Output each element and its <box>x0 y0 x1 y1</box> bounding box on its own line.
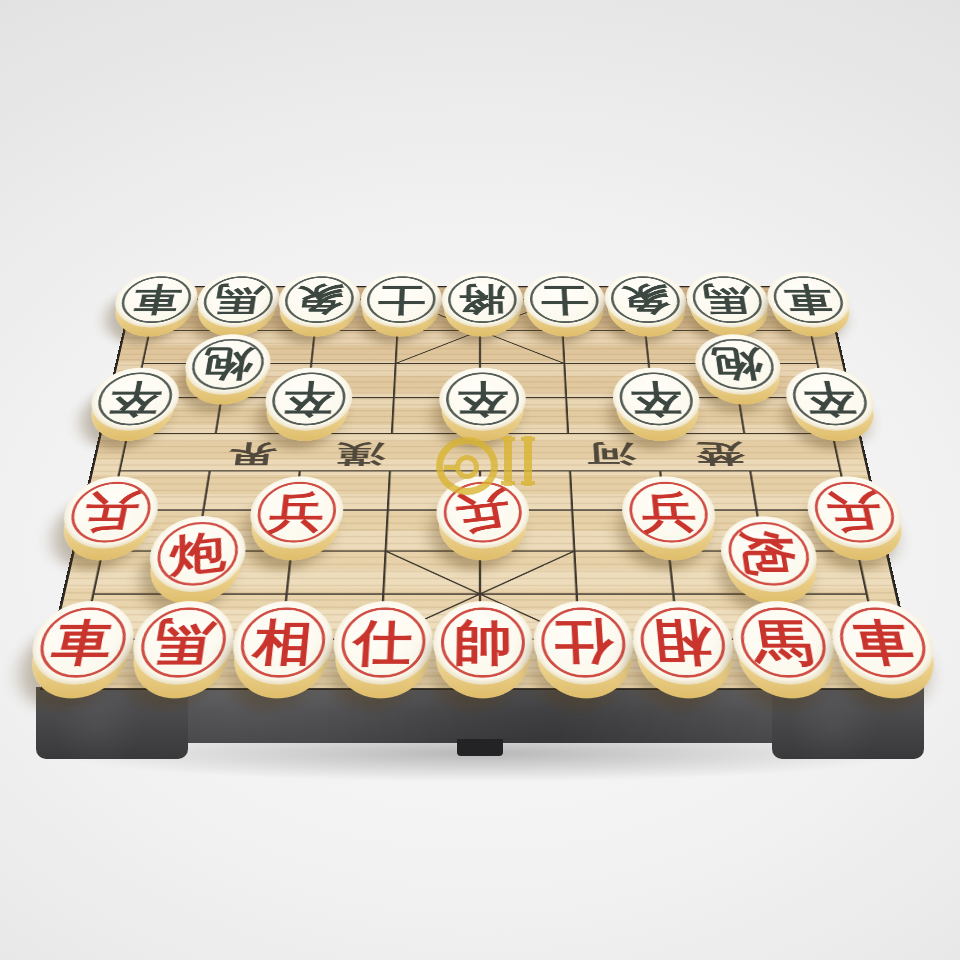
piece-red-advisor[interactable]: 仕 <box>532 601 636 684</box>
piece-red-elephant[interactable]: 相 <box>228 601 336 684</box>
piece-glyph: 士 <box>358 272 442 327</box>
piece-face: 相 <box>228 601 336 684</box>
piece-red-horse[interactable]: 馬 <box>727 601 840 684</box>
piece-glyph: 炮 <box>180 334 274 394</box>
piece-glyph: 車 <box>109 272 202 327</box>
piece-black-soldier[interactable]: 卒 <box>781 368 881 431</box>
piece-face: 仕 <box>330 601 434 684</box>
piece-black-elephant[interactable]: 象 <box>275 272 362 327</box>
piece-red-general[interactable]: 帥 <box>432 601 534 684</box>
piece-glyph: 車 <box>763 272 856 327</box>
piece-glyph: 車 <box>23 601 140 684</box>
piece-glyph: 卒 <box>261 368 354 431</box>
piece-glyph: 兵 <box>801 476 909 548</box>
piece-glyph: 馬 <box>683 272 773 327</box>
piece-face: 馬 <box>727 601 840 684</box>
piece-red-elephant[interactable]: 相 <box>630 601 739 684</box>
piece-glyph: 象 <box>275 272 362 327</box>
piece-face: 炮 <box>691 334 785 394</box>
piece-black-soldier[interactable]: 卒 <box>84 368 184 431</box>
piece-glyph: 仕 <box>330 601 434 684</box>
piece-red-advisor[interactable]: 仕 <box>330 601 434 684</box>
piece-red-soldier[interactable]: 兵 <box>246 476 346 548</box>
watermark-bar-icon <box>504 436 512 486</box>
piece-glyph: 卒 <box>84 368 184 431</box>
piece-glyph: 炮 <box>149 511 246 596</box>
piece-red-cannon[interactable]: 炮 <box>143 516 250 592</box>
piece-face: 炮 <box>716 516 823 592</box>
piece-face: 車 <box>109 272 202 327</box>
piece-black-general[interactable]: 將 <box>441 272 524 327</box>
piece-face: 仕 <box>532 601 636 684</box>
piece-glyph: 馬 <box>727 601 840 684</box>
piece-black-soldier[interactable]: 卒 <box>261 368 354 431</box>
piece-face: 士 <box>523 272 607 327</box>
piece-red-soldier[interactable]: 兵 <box>619 476 719 548</box>
piece-glyph: 相 <box>630 601 739 684</box>
piece-red-soldier[interactable]: 兵 <box>801 476 909 548</box>
piece-red-horse[interactable]: 馬 <box>125 601 238 684</box>
piece-glyph: 馬 <box>125 601 238 684</box>
piece-glyph: 將 <box>441 272 524 327</box>
piece-glyph: 卒 <box>610 368 703 431</box>
piece-face: 卒 <box>261 368 354 431</box>
piece-red-chariot[interactable]: 車 <box>825 601 943 684</box>
piece-glyph: 馬 <box>192 272 282 327</box>
piece-glyph: 卒 <box>781 368 881 431</box>
piece-glyph: 帥 <box>432 601 534 684</box>
piece-face: 馬 <box>192 272 282 327</box>
piece-red-cannon[interactable]: 炮 <box>716 516 823 592</box>
piece-face: 馬 <box>125 601 238 684</box>
piece-black-cannon[interactable]: 炮 <box>691 334 785 394</box>
piece-face: 士 <box>358 272 442 327</box>
piece-face: 象 <box>275 272 362 327</box>
piece-black-advisor[interactable]: 士 <box>358 272 442 327</box>
piece-black-soldier[interactable]: 卒 <box>439 368 527 431</box>
base-foot-left <box>36 687 188 759</box>
piece-glyph: 仕 <box>532 601 636 684</box>
piece-black-soldier[interactable]: 卒 <box>610 368 703 431</box>
piece-face: 炮 <box>180 334 274 394</box>
piece-glyph: 象 <box>603 272 690 327</box>
piece-glyph: 炮 <box>691 334 785 394</box>
piece-face: 卒 <box>439 368 527 431</box>
piece-black-horse[interactable]: 馬 <box>683 272 773 327</box>
piece-glyph: 兵 <box>246 476 346 548</box>
piece-face: 相 <box>630 601 739 684</box>
piece-black-chariot[interactable]: 車 <box>763 272 856 327</box>
piece-black-cannon[interactable]: 炮 <box>180 334 274 394</box>
piece-face: 帥 <box>432 601 534 684</box>
watermark-bar-icon <box>524 436 532 486</box>
piece-face: 將 <box>441 272 524 327</box>
piece-glyph: 兵 <box>56 476 164 548</box>
piece-black-horse[interactable]: 馬 <box>192 272 282 327</box>
piece-face: 兵 <box>56 476 164 548</box>
piece-black-advisor[interactable]: 士 <box>523 272 607 327</box>
piece-black-chariot[interactable]: 車 <box>109 272 202 327</box>
piece-face: 兵 <box>801 476 909 548</box>
piece-red-chariot[interactable]: 車 <box>23 601 140 684</box>
piece-face: 兵 <box>246 476 346 548</box>
piece-glyph: 炮 <box>716 516 823 592</box>
piece-face: 馬 <box>683 272 773 327</box>
piece-face: 車 <box>763 272 856 327</box>
piece-black-elephant[interactable]: 象 <box>603 272 690 327</box>
piece-glyph: 相 <box>228 601 336 684</box>
piece-glyph: 兵 <box>619 476 719 548</box>
piece-glyph: 士 <box>523 272 607 327</box>
piece-face: 卒 <box>84 368 184 431</box>
watermark-circle-icon <box>436 437 498 495</box>
piece-face: 車 <box>825 601 943 684</box>
piece-glyph: 車 <box>825 601 943 684</box>
piece-glyph: 卒 <box>439 368 527 431</box>
watermark-logo <box>436 434 548 494</box>
piece-face: 炮 <box>143 516 250 592</box>
piece-face: 卒 <box>781 368 881 431</box>
piece-face: 卒 <box>610 368 703 431</box>
photo-scene: 漢界 楚河 車馬象士將士象馬車炮炮卒卒卒卒卒兵兵兵兵兵炮炮車馬相仕帥仕相馬車 <box>0 0 960 960</box>
base-latch <box>457 739 503 756</box>
piece-face: 象 <box>603 272 690 327</box>
piece-red-soldier[interactable]: 兵 <box>56 476 164 548</box>
piece-face: 兵 <box>619 476 719 548</box>
piece-face: 車 <box>23 601 140 684</box>
